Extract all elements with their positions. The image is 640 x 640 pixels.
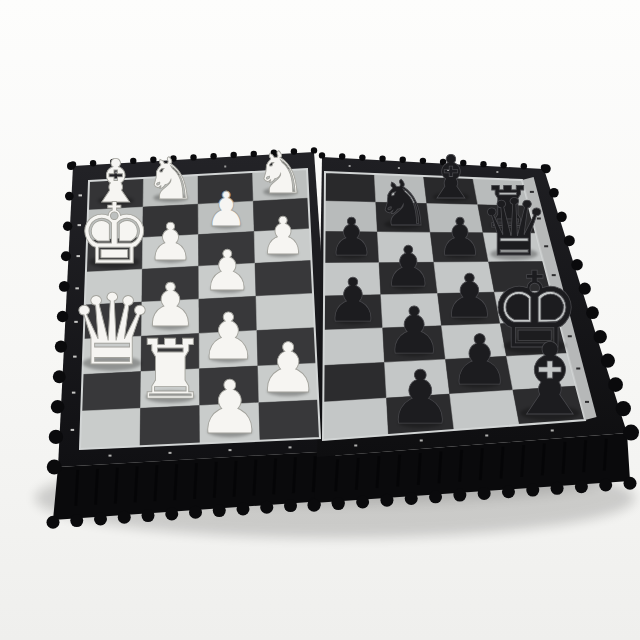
scallop-right-edge xyxy=(616,401,631,416)
scallop-front-left xyxy=(189,506,202,519)
scallop-front-right xyxy=(429,490,442,503)
rib-left xyxy=(293,457,295,493)
scallop-top-right xyxy=(400,157,406,163)
scallop-front-left xyxy=(213,504,226,517)
scallop-right-edge xyxy=(549,188,559,198)
rib-right xyxy=(460,450,462,482)
file-tick-bottom xyxy=(109,455,112,457)
scallop-front-right xyxy=(332,497,345,510)
scallop-front-left xyxy=(284,499,297,512)
file-tick-bottom xyxy=(169,452,172,454)
scallop-top-left xyxy=(70,161,76,167)
rib-left xyxy=(313,456,315,492)
scallop-left-edge xyxy=(65,192,74,201)
piece-white-pawn-b6: ♟ xyxy=(147,212,193,272)
rank-tick-left xyxy=(72,392,76,394)
scallop-front-right xyxy=(551,482,564,495)
scallop-right-edge xyxy=(564,235,575,246)
scallop-front-right xyxy=(356,495,369,508)
rib-left xyxy=(76,470,78,506)
rib-right xyxy=(501,447,503,479)
file-tick-bottom xyxy=(354,445,357,447)
scallop-front-left xyxy=(142,509,155,522)
rib-right xyxy=(336,459,338,491)
scallop-right-edge xyxy=(586,306,599,319)
rib-left xyxy=(254,460,256,496)
piece-white-pawn-c5: ♟ xyxy=(202,238,252,303)
piece-white-pawn-d2: ♟ xyxy=(257,328,319,408)
rib-left xyxy=(195,463,197,499)
scallop-top-right xyxy=(480,161,486,167)
scallop-top-left xyxy=(210,153,216,159)
rib-left xyxy=(274,458,276,494)
square-a1 xyxy=(80,408,141,449)
rib-right xyxy=(439,451,441,483)
piece-white-king-a6: ♚ xyxy=(77,185,152,283)
scallop-front-right xyxy=(453,489,466,502)
file-tick-bottom xyxy=(289,446,292,448)
scallop-right-edge xyxy=(542,164,551,173)
scallop-front-right xyxy=(405,492,418,505)
scallop-front-right xyxy=(502,485,515,498)
piece-white-knight-b8: ♞ xyxy=(145,145,197,213)
piece-black-pawn-g2: ♟ xyxy=(449,320,511,400)
piece-black-bishop-h1: ♝ xyxy=(505,322,594,437)
scallop-front-right xyxy=(308,499,321,512)
rib-left xyxy=(135,466,137,502)
rib-left xyxy=(214,462,216,498)
scallop-left-edge xyxy=(55,341,67,353)
square-e1 xyxy=(323,398,389,440)
scallop-top-right xyxy=(359,154,365,160)
rib-right xyxy=(522,445,524,477)
scallop-front-left xyxy=(47,516,60,529)
rib-right xyxy=(356,458,358,490)
scallop-front-left xyxy=(118,511,131,524)
rank-tick-left xyxy=(71,429,75,431)
product-photo-folding-chess-set: ♞♝♞♝♞♟♜♟♛♟♟♟♚♟♟♟♟♟♚♟♟♛♟♟♜♝♟♟ xyxy=(0,0,640,640)
scallop-front-left xyxy=(70,514,83,527)
folding-chess-board: ♞♝♞♝♞♟♜♟♛♟♟♟♚♟♟♟♟♟♚♟♟♛♟♟♜♝♟♟ xyxy=(0,0,640,640)
rib-right xyxy=(377,456,379,488)
scallop-left-edge xyxy=(49,430,63,444)
scallop-top-left xyxy=(311,147,317,153)
square-e2 xyxy=(323,362,386,402)
scallop-front-right xyxy=(380,494,393,507)
scallop-left-edge xyxy=(57,311,69,323)
file-tick-top xyxy=(224,166,226,168)
scallop-left-edge xyxy=(51,400,65,414)
piece-white-pawn-c3: ♟ xyxy=(200,299,258,374)
rib-right xyxy=(542,443,544,475)
rib-right xyxy=(563,442,565,474)
piece-black-knight-f7: ♞ xyxy=(375,167,431,240)
rib-right xyxy=(604,439,606,471)
rib-left xyxy=(96,469,98,505)
rib-left xyxy=(155,465,157,501)
rib-right xyxy=(398,455,400,487)
scallop-left-edge xyxy=(61,251,71,261)
scallop-right-edge xyxy=(623,425,639,441)
scallop-top-right xyxy=(500,162,506,168)
scallop-left-edge xyxy=(63,222,72,231)
scallop-front-right xyxy=(624,477,637,490)
piece-black-pawn-e4: ♟ xyxy=(326,265,380,335)
piece-white-knight-d8: ♞ xyxy=(255,139,307,207)
scallop-front-right xyxy=(599,478,612,491)
square-d4 xyxy=(256,293,315,330)
piece-white-pawn-c1: ♟ xyxy=(197,365,263,450)
rib-right xyxy=(584,440,586,472)
piece-white-pawn-c7: ♟ xyxy=(205,182,248,237)
rib-right xyxy=(418,453,420,485)
scallop-left-edge xyxy=(53,370,66,383)
piece-black-pawn-e6: ♟ xyxy=(328,207,374,267)
scallop-front-left xyxy=(165,507,178,520)
file-tick-bottom xyxy=(485,435,488,437)
rib-left xyxy=(234,461,236,497)
scallop-right-edge xyxy=(593,330,606,343)
piece-black-pawn-f1: ♟ xyxy=(387,355,453,440)
scallop-top-right xyxy=(521,163,527,169)
scallop-front-right xyxy=(478,487,491,500)
scallop-front-left xyxy=(94,512,107,525)
scallop-front-right xyxy=(526,484,539,497)
scallop-right-edge xyxy=(557,212,567,222)
scallop-right-edge xyxy=(608,377,623,392)
piece-black-pawn-g6: ♟ xyxy=(437,207,483,267)
file-tick-top xyxy=(349,165,351,167)
scallop-front-left xyxy=(260,501,273,514)
scallop-top-right xyxy=(379,155,385,161)
scallop-left-edge xyxy=(47,460,62,475)
scallop-top-right xyxy=(339,153,345,159)
piece-black-bishop-g8: ♝ xyxy=(424,143,477,212)
rib-left xyxy=(115,468,117,504)
scallop-top-left xyxy=(230,152,236,158)
scallop-right-edge xyxy=(601,354,615,368)
scallop-top-right xyxy=(319,152,325,158)
rib-right xyxy=(480,448,482,480)
piece-white-pawn-d6: ♟ xyxy=(260,206,306,266)
scallop-front-left xyxy=(237,502,250,515)
piece-black-pawn-f5: ♟ xyxy=(383,234,433,299)
rib-left xyxy=(175,464,177,500)
scallop-front-right xyxy=(575,480,588,493)
